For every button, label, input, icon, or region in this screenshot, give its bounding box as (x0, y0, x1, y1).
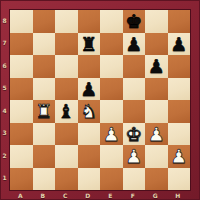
square-g8[interactable] (145, 10, 168, 33)
white-pawn[interactable]: ♟ (103, 123, 120, 146)
rank-label-1: 1 (0, 167, 9, 190)
square-h4[interactable] (168, 100, 191, 123)
square-d2[interactable] (78, 145, 101, 168)
square-h2[interactable]: ♟ (168, 145, 191, 168)
square-h6[interactable] (168, 55, 191, 78)
square-c7[interactable] (55, 33, 78, 56)
white-rook[interactable]: ♜ (35, 100, 52, 123)
square-a4[interactable] (10, 100, 33, 123)
square-b8[interactable] (33, 10, 56, 33)
square-c6[interactable] (55, 55, 78, 78)
square-g3[interactable]: ♟ (145, 123, 168, 146)
file-label-b: B (32, 190, 55, 200)
square-a5[interactable] (10, 78, 33, 101)
square-f2[interactable]: ♟ (123, 145, 146, 168)
square-g7[interactable] (145, 33, 168, 56)
square-a6[interactable] (10, 55, 33, 78)
square-e8[interactable] (100, 10, 123, 33)
square-h5[interactable] (168, 78, 191, 101)
square-f1[interactable] (123, 168, 146, 191)
square-b1[interactable] (33, 168, 56, 191)
black-rook[interactable]: ♜ (80, 33, 97, 56)
square-b6[interactable] (33, 55, 56, 78)
square-e5[interactable] (100, 78, 123, 101)
square-d6[interactable] (78, 55, 101, 78)
square-a8[interactable] (10, 10, 33, 33)
chess-board: ♚♜♟♟♟♟♜♝♞♟♚♟♟♟ (9, 9, 191, 191)
square-e3[interactable]: ♟ (100, 123, 123, 146)
rank-label-5: 5 (0, 77, 9, 100)
square-e2[interactable] (100, 145, 123, 168)
square-a1[interactable] (10, 168, 33, 191)
square-d7[interactable]: ♜ (78, 33, 101, 56)
square-e4[interactable] (100, 100, 123, 123)
rank-label-6: 6 (0, 54, 9, 77)
square-e7[interactable] (100, 33, 123, 56)
black-bishop[interactable]: ♝ (58, 100, 75, 123)
square-c4[interactable]: ♝ (55, 100, 78, 123)
square-h8[interactable] (168, 10, 191, 33)
square-c8[interactable] (55, 10, 78, 33)
square-g6[interactable]: ♟ (145, 55, 168, 78)
square-f7[interactable]: ♟ (123, 33, 146, 56)
rank-label-8: 8 (0, 9, 9, 32)
square-h7[interactable]: ♟ (168, 33, 191, 56)
square-d4[interactable]: ♞ (78, 100, 101, 123)
square-a7[interactable] (10, 33, 33, 56)
square-b7[interactable] (33, 33, 56, 56)
black-pawn[interactable]: ♟ (148, 55, 165, 78)
square-d1[interactable] (78, 168, 101, 191)
black-pawn[interactable]: ♟ (80, 78, 97, 101)
square-e1[interactable] (100, 168, 123, 191)
file-label-g: G (144, 190, 167, 200)
square-h3[interactable] (168, 123, 191, 146)
square-g2[interactable] (145, 145, 168, 168)
rank-label-2: 2 (0, 144, 9, 167)
square-d5[interactable]: ♟ (78, 78, 101, 101)
square-f3[interactable]: ♚ (123, 123, 146, 146)
square-f8[interactable]: ♚ (123, 10, 146, 33)
rank-label-3: 3 (0, 122, 9, 145)
square-f6[interactable] (123, 55, 146, 78)
black-pawn[interactable]: ♟ (170, 33, 187, 56)
rank-labels: 87654321 (0, 9, 9, 189)
white-king[interactable]: ♚ (125, 123, 142, 146)
white-pawn[interactable]: ♟ (170, 145, 187, 168)
square-h1[interactable] (168, 168, 191, 191)
square-b5[interactable] (33, 78, 56, 101)
chess-board-frame: 87654321 ♚♜♟♟♟♟♜♝♞♟♚♟♟♟ ABCDEFGH (0, 0, 200, 200)
file-label-e: E (99, 190, 122, 200)
square-b3[interactable] (33, 123, 56, 146)
square-g1[interactable] (145, 168, 168, 191)
square-c3[interactable] (55, 123, 78, 146)
square-a3[interactable] (10, 123, 33, 146)
white-knight[interactable]: ♞ (80, 100, 97, 123)
file-label-h: H (167, 190, 190, 200)
file-label-d: D (77, 190, 100, 200)
square-c1[interactable] (55, 168, 78, 191)
file-labels: ABCDEFGH (9, 190, 189, 200)
black-king[interactable]: ♚ (125, 10, 142, 33)
rank-label-4: 4 (0, 99, 9, 122)
white-pawn[interactable]: ♟ (148, 123, 165, 146)
file-label-c: C (54, 190, 77, 200)
square-d8[interactable] (78, 10, 101, 33)
square-c2[interactable] (55, 145, 78, 168)
square-g5[interactable] (145, 78, 168, 101)
square-d3[interactable] (78, 123, 101, 146)
square-f4[interactable] (123, 100, 146, 123)
square-g4[interactable] (145, 100, 168, 123)
file-label-f: F (122, 190, 145, 200)
square-e6[interactable] (100, 55, 123, 78)
square-c5[interactable] (55, 78, 78, 101)
square-b2[interactable] (33, 145, 56, 168)
black-pawn[interactable]: ♟ (125, 33, 142, 56)
square-f5[interactable] (123, 78, 146, 101)
square-a2[interactable] (10, 145, 33, 168)
file-label-a: A (9, 190, 32, 200)
white-pawn[interactable]: ♟ (125, 145, 142, 168)
rank-label-7: 7 (0, 32, 9, 55)
square-b4[interactable]: ♜ (33, 100, 56, 123)
